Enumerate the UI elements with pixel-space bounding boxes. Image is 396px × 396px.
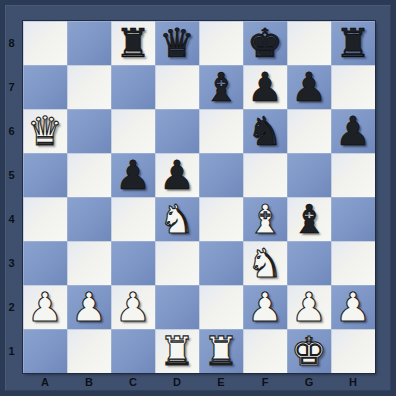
square-f5[interactable]: [243, 153, 287, 197]
square-e4[interactable]: [199, 197, 243, 241]
file-label-e: E: [199, 373, 243, 396]
square-f3[interactable]: ♞: [243, 241, 287, 285]
piece-black-pawn: ♟: [247, 65, 283, 109]
square-c7[interactable]: [111, 65, 155, 109]
square-e6[interactable]: [199, 109, 243, 153]
square-h5[interactable]: [331, 153, 375, 197]
piece-white-knight: ♞: [159, 197, 195, 241]
square-f8[interactable]: ♚: [243, 21, 287, 65]
rank-label-6: 6: [0, 109, 23, 153]
square-e8[interactable]: [199, 21, 243, 65]
square-a6[interactable]: ♛: [23, 109, 67, 153]
piece-black-pawn: ♟: [115, 153, 151, 197]
square-g5[interactable]: [287, 153, 331, 197]
piece-white-rook: ♜: [159, 329, 195, 373]
square-f2[interactable]: ♟: [243, 285, 287, 329]
square-c8[interactable]: ♜: [111, 21, 155, 65]
rank-label-7: 7: [0, 65, 23, 109]
square-b7[interactable]: [67, 65, 111, 109]
square-a2[interactable]: ♟: [23, 285, 67, 329]
piece-black-pawn: ♟: [159, 153, 195, 197]
square-h2[interactable]: ♟: [331, 285, 375, 329]
square-f6[interactable]: ♞: [243, 109, 287, 153]
piece-white-pawn: ♟: [71, 285, 107, 329]
piece-white-pawn: ♟: [27, 285, 63, 329]
rank-label-8: 8: [0, 21, 23, 65]
square-g1[interactable]: ♚: [287, 329, 331, 373]
square-c2[interactable]: ♟: [111, 285, 155, 329]
piece-white-bishop: ♝: [247, 197, 283, 241]
piece-white-rook: ♜: [203, 329, 239, 373]
rank-label-3: 3: [0, 241, 23, 285]
square-g2[interactable]: ♟: [287, 285, 331, 329]
square-a4[interactable]: [23, 197, 67, 241]
file-labels: ABCDEFGH: [23, 373, 375, 396]
square-f1[interactable]: [243, 329, 287, 373]
square-b4[interactable]: [67, 197, 111, 241]
square-h1[interactable]: [331, 329, 375, 373]
piece-white-king: ♚: [291, 329, 327, 373]
square-b3[interactable]: [67, 241, 111, 285]
square-e7[interactable]: ♝: [199, 65, 243, 109]
square-c3[interactable]: [111, 241, 155, 285]
square-d8[interactable]: ♛: [155, 21, 199, 65]
piece-black-pawn: ♟: [335, 109, 371, 153]
square-c6[interactable]: [111, 109, 155, 153]
square-g3[interactable]: [287, 241, 331, 285]
square-d3[interactable]: [155, 241, 199, 285]
square-h4[interactable]: [331, 197, 375, 241]
square-h6[interactable]: ♟: [331, 109, 375, 153]
square-h7[interactable]: [331, 65, 375, 109]
square-e3[interactable]: [199, 241, 243, 285]
square-b1[interactable]: [67, 329, 111, 373]
file-label-a: A: [23, 373, 67, 396]
piece-black-bishop: ♝: [203, 65, 239, 109]
square-a8[interactable]: [23, 21, 67, 65]
square-h8[interactable]: ♜: [331, 21, 375, 65]
square-c5[interactable]: ♟: [111, 153, 155, 197]
rank-label-2: 2: [0, 285, 23, 329]
piece-black-queen: ♛: [159, 21, 195, 65]
file-label-d: D: [155, 373, 199, 396]
file-label-f: F: [243, 373, 287, 396]
piece-white-queen: ♛: [27, 109, 63, 153]
square-d5[interactable]: ♟: [155, 153, 199, 197]
square-a1[interactable]: [23, 329, 67, 373]
file-label-h: H: [331, 373, 375, 396]
rank-label-4: 4: [0, 197, 23, 241]
square-b8[interactable]: [67, 21, 111, 65]
piece-black-rook: ♜: [115, 21, 151, 65]
square-b5[interactable]: [67, 153, 111, 197]
rank-label-5: 5: [0, 153, 23, 197]
square-d1[interactable]: ♜: [155, 329, 199, 373]
chessboard-frame: 87654321 ABCDEFGH ♜♛♚♜♝♟♟♛♞♟♟♟♞♝♝♞♟♟♟♟♟♟…: [0, 0, 396, 396]
square-d7[interactable]: [155, 65, 199, 109]
piece-white-pawn: ♟: [291, 285, 327, 329]
square-h3[interactable]: [331, 241, 375, 285]
rank-label-1: 1: [0, 329, 23, 373]
piece-black-pawn: ♟: [291, 65, 327, 109]
file-label-c: C: [111, 373, 155, 396]
piece-white-knight: ♞: [247, 241, 283, 285]
square-b6[interactable]: [67, 109, 111, 153]
piece-white-pawn: ♟: [115, 285, 151, 329]
square-e2[interactable]: [199, 285, 243, 329]
square-a3[interactable]: [23, 241, 67, 285]
square-a7[interactable]: [23, 65, 67, 109]
piece-black-king: ♚: [247, 21, 283, 65]
square-c4[interactable]: [111, 197, 155, 241]
square-g6[interactable]: [287, 109, 331, 153]
piece-black-rook: ♜: [335, 21, 371, 65]
file-label-g: G: [287, 373, 331, 396]
rank-labels: 87654321: [0, 21, 23, 373]
square-g4[interactable]: ♝: [287, 197, 331, 241]
square-c1[interactable]: [111, 329, 155, 373]
file-label-b: B: [67, 373, 111, 396]
square-e1[interactable]: ♜: [199, 329, 243, 373]
square-d6[interactable]: [155, 109, 199, 153]
square-g8[interactable]: [287, 21, 331, 65]
piece-black-bishop: ♝: [291, 197, 327, 241]
piece-white-pawn: ♟: [335, 285, 371, 329]
square-f4[interactable]: ♝: [243, 197, 287, 241]
square-d4[interactable]: ♞: [155, 197, 199, 241]
piece-white-pawn: ♟: [247, 285, 283, 329]
square-g7[interactable]: ♟: [287, 65, 331, 109]
square-a5[interactable]: [23, 153, 67, 197]
square-f7[interactable]: ♟: [243, 65, 287, 109]
square-d2[interactable]: [155, 285, 199, 329]
piece-black-knight: ♞: [247, 109, 283, 153]
square-b2[interactable]: ♟: [67, 285, 111, 329]
chess-board: ♜♛♚♜♝♟♟♛♞♟♟♟♞♝♝♞♟♟♟♟♟♟♜♜♚: [23, 21, 375, 373]
square-e5[interactable]: [199, 153, 243, 197]
